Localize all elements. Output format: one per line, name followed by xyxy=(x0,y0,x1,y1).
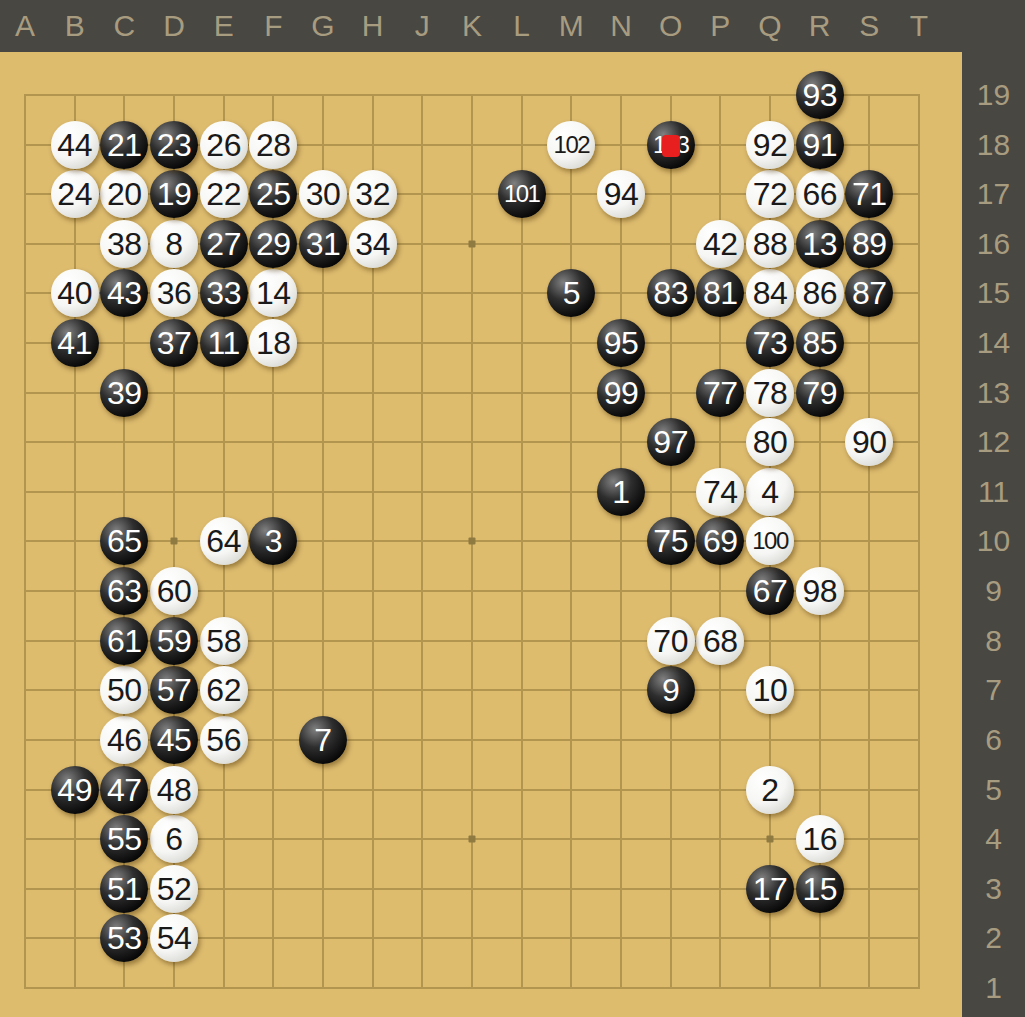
col-label-K: K xyxy=(462,9,482,43)
move-number: 49 xyxy=(57,774,92,806)
stone-black-move-79[interactable]: 79 xyxy=(796,369,844,417)
move-number: 3 xyxy=(265,525,282,557)
stone-black-move-67[interactable]: 67 xyxy=(746,567,794,615)
move-number: 94 xyxy=(604,178,639,210)
stone-white-move-22[interactable]: 22 xyxy=(200,170,248,218)
move-number: 22 xyxy=(206,178,241,210)
grid-line-vertical xyxy=(521,94,523,989)
move-number: 78 xyxy=(753,377,788,409)
stone-white-move-86[interactable]: 86 xyxy=(796,269,844,317)
move-number: 67 xyxy=(753,575,788,607)
stone-white-move-92[interactable]: 92 xyxy=(746,121,794,169)
stone-black-move-11[interactable]: 11 xyxy=(200,319,248,367)
row-label-9: 9 xyxy=(985,574,1002,608)
stone-white-move-70[interactable]: 70 xyxy=(647,617,695,665)
move-number: 56 xyxy=(206,724,241,756)
move-number: 60 xyxy=(157,575,192,607)
stone-white-move-24[interactable]: 24 xyxy=(51,170,99,218)
stone-black-move-19[interactable]: 19 xyxy=(150,170,198,218)
move-number: 64 xyxy=(206,525,241,557)
move-number: 102 xyxy=(554,133,590,157)
col-label-M: M xyxy=(559,9,584,43)
stone-black-move-57[interactable]: 57 xyxy=(150,666,198,714)
row-label-8: 8 xyxy=(985,624,1002,658)
col-label-P: P xyxy=(710,9,730,43)
stone-white-move-56[interactable]: 56 xyxy=(200,716,248,764)
move-number: 7 xyxy=(314,724,331,756)
stone-white-move-42[interactable]: 42 xyxy=(696,220,744,268)
stone-white-move-2[interactable]: 2 xyxy=(746,766,794,814)
col-label-R: R xyxy=(809,9,831,43)
move-number: 34 xyxy=(355,228,390,260)
stone-black-move-89[interactable]: 89 xyxy=(845,220,893,268)
move-number: 74 xyxy=(703,476,738,508)
move-number: 26 xyxy=(206,129,241,161)
stone-black-move-77[interactable]: 77 xyxy=(696,369,744,417)
stone-white-move-28[interactable]: 28 xyxy=(249,121,297,169)
move-number: 5 xyxy=(563,277,580,309)
move-number: 40 xyxy=(57,277,92,309)
row-label-12: 12 xyxy=(977,425,1010,459)
stone-black-move-73[interactable]: 73 xyxy=(746,319,794,367)
stone-white-move-72[interactable]: 72 xyxy=(746,170,794,218)
move-number: 14 xyxy=(256,277,291,309)
move-number: 92 xyxy=(753,129,788,161)
move-number: 36 xyxy=(157,277,192,309)
move-number: 32 xyxy=(355,178,390,210)
stone-black-move-25[interactable]: 25 xyxy=(249,170,297,218)
stone-black-move-63[interactable]: 63 xyxy=(100,567,148,615)
move-number: 28 xyxy=(256,129,291,161)
stone-black-move-81[interactable]: 81 xyxy=(696,269,744,317)
stone-black-move-9[interactable]: 9 xyxy=(647,666,695,714)
stone-black-move-51[interactable]: 51 xyxy=(100,865,148,913)
stone-white-move-46[interactable]: 46 xyxy=(100,716,148,764)
move-number: 81 xyxy=(703,277,738,309)
move-number: 91 xyxy=(802,129,837,161)
stone-white-move-20[interactable]: 20 xyxy=(100,170,148,218)
stone-black-move-53[interactable]: 53 xyxy=(100,914,148,962)
col-label-A: A xyxy=(15,9,35,43)
star-point xyxy=(469,836,476,843)
move-number: 71 xyxy=(852,178,887,210)
col-label-D: D xyxy=(163,9,185,43)
row-label-11: 11 xyxy=(978,475,1009,509)
grid-line-horizontal xyxy=(24,987,920,989)
move-number: 39 xyxy=(107,377,142,409)
move-number: 38 xyxy=(107,228,142,260)
move-number: 37 xyxy=(157,327,192,359)
stone-black-move-37[interactable]: 37 xyxy=(150,319,198,367)
stone-black-move-15[interactable]: 15 xyxy=(796,865,844,913)
move-number: 89 xyxy=(852,228,887,260)
move-number: 65 xyxy=(107,525,142,557)
move-number: 88 xyxy=(753,228,788,260)
stone-white-move-52[interactable]: 52 xyxy=(150,865,198,913)
move-number: 17 xyxy=(753,873,788,905)
move-number: 59 xyxy=(157,625,192,657)
move-number: 99 xyxy=(604,377,639,409)
row-label-2: 2 xyxy=(985,921,1002,955)
stone-white-move-66[interactable]: 66 xyxy=(796,170,844,218)
move-number: 16 xyxy=(802,823,837,855)
row-label-6: 6 xyxy=(985,723,1002,757)
move-number: 85 xyxy=(802,327,837,359)
move-number: 90 xyxy=(852,426,887,458)
stone-black-move-49[interactable]: 49 xyxy=(51,766,99,814)
move-number: 70 xyxy=(653,625,688,657)
stone-white-move-48[interactable]: 48 xyxy=(150,766,198,814)
move-number: 68 xyxy=(703,625,738,657)
stone-white-move-100[interactable]: 100 xyxy=(746,517,794,565)
stone-white-move-18[interactable]: 18 xyxy=(249,319,297,367)
stone-black-move-61[interactable]: 61 xyxy=(100,617,148,665)
move-number: 2 xyxy=(761,774,778,806)
stone-white-move-74[interactable]: 74 xyxy=(696,468,744,516)
stone-white-move-60[interactable]: 60 xyxy=(150,567,198,615)
move-number: 41 xyxy=(57,327,92,359)
stone-black-move-47[interactable]: 47 xyxy=(100,766,148,814)
stone-white-move-10[interactable]: 10 xyxy=(746,666,794,714)
row-coordinates-bar: 19181716151413121110987654321 xyxy=(962,0,1025,1017)
move-number: 77 xyxy=(703,377,738,409)
move-number: 54 xyxy=(157,922,192,954)
row-label-18: 18 xyxy=(977,128,1010,162)
star-point xyxy=(469,240,476,247)
move-number: 66 xyxy=(802,178,837,210)
move-number: 20 xyxy=(107,178,142,210)
col-label-H: H xyxy=(362,9,384,43)
stone-white-move-6[interactable]: 6 xyxy=(150,815,198,863)
move-number: 63 xyxy=(107,575,142,607)
stone-black-move-101[interactable]: 101 xyxy=(498,170,546,218)
stone-black-move-83[interactable]: 83 xyxy=(647,269,695,317)
stone-black-move-95[interactable]: 95 xyxy=(597,319,645,367)
move-number: 42 xyxy=(703,228,738,260)
stone-black-move-5[interactable]: 5 xyxy=(547,269,595,317)
move-number: 55 xyxy=(107,823,142,855)
star-point xyxy=(767,836,774,843)
stone-white-move-50[interactable]: 50 xyxy=(100,666,148,714)
stone-white-move-78[interactable]: 78 xyxy=(746,369,794,417)
go-game-screen: 1234567891011131415161718192021222324252… xyxy=(0,0,1025,1017)
move-number: 58 xyxy=(206,625,241,657)
move-number: 1 xyxy=(612,476,629,508)
stone-black-move-3[interactable]: 3 xyxy=(249,517,297,565)
grid-line-vertical xyxy=(620,94,622,989)
stone-black-move-7[interactable]: 7 xyxy=(299,716,347,764)
col-label-E: E xyxy=(214,9,234,43)
col-label-O: O xyxy=(659,9,682,43)
move-number: 83 xyxy=(653,277,688,309)
move-number: 79 xyxy=(802,377,837,409)
stone-white-move-64[interactable]: 64 xyxy=(200,517,248,565)
row-label-5: 5 xyxy=(985,773,1002,807)
stone-white-move-40[interactable]: 40 xyxy=(51,269,99,317)
stone-black-move-31[interactable]: 31 xyxy=(299,220,347,268)
move-number: 48 xyxy=(157,774,192,806)
stone-white-move-62[interactable]: 62 xyxy=(200,666,248,714)
move-number: 46 xyxy=(107,724,142,756)
stone-black-move-85[interactable]: 85 xyxy=(796,319,844,367)
row-label-16: 16 xyxy=(977,227,1010,261)
move-number: 69 xyxy=(703,525,738,557)
move-number: 6 xyxy=(165,823,182,855)
row-label-3: 3 xyxy=(985,872,1002,906)
stone-black-move-13[interactable]: 13 xyxy=(796,220,844,268)
stone-black-move-91[interactable]: 91 xyxy=(796,121,844,169)
move-number: 80 xyxy=(753,426,788,458)
stone-white-move-30[interactable]: 30 xyxy=(299,170,347,218)
stone-black-move-23[interactable]: 23 xyxy=(150,121,198,169)
col-label-B: B xyxy=(65,9,85,43)
stone-black-move-59[interactable]: 59 xyxy=(150,617,198,665)
move-number: 33 xyxy=(206,277,241,309)
stone-black-move-1[interactable]: 1 xyxy=(597,468,645,516)
row-label-1: 1 xyxy=(985,971,1002,1005)
stone-black-move-99[interactable]: 99 xyxy=(597,369,645,417)
col-label-T: T xyxy=(910,9,928,43)
stone-black-move-39[interactable]: 39 xyxy=(100,369,148,417)
move-number: 31 xyxy=(306,228,341,260)
move-number: 43 xyxy=(107,277,142,309)
stone-white-move-38[interactable]: 38 xyxy=(100,220,148,268)
stone-black-move-103[interactable]: 103 xyxy=(647,121,695,169)
move-number: 21 xyxy=(107,129,142,161)
stone-white-move-84[interactable]: 84 xyxy=(746,269,794,317)
stone-white-move-14[interactable]: 14 xyxy=(249,269,297,317)
col-label-J: J xyxy=(415,9,430,43)
stone-black-move-45[interactable]: 45 xyxy=(150,716,198,764)
stone-black-move-17[interactable]: 17 xyxy=(746,865,794,913)
star-point xyxy=(469,538,476,545)
move-number: 52 xyxy=(157,873,192,905)
row-label-15: 15 xyxy=(977,276,1010,310)
stone-white-move-26[interactable]: 26 xyxy=(200,121,248,169)
move-number: 87 xyxy=(852,277,887,309)
grid-line-vertical xyxy=(570,94,572,989)
stone-black-move-21[interactable]: 21 xyxy=(100,121,148,169)
stone-black-move-43[interactable]: 43 xyxy=(100,269,148,317)
grid-line-vertical xyxy=(918,94,920,989)
stone-white-move-94[interactable]: 94 xyxy=(597,170,645,218)
move-number: 9 xyxy=(662,674,679,706)
move-number: 19 xyxy=(157,178,192,210)
move-number: 100 xyxy=(752,529,788,553)
column-coordinates-bar: ABCDEFGHJKLMNOPQRST xyxy=(0,0,1025,52)
row-label-13: 13 xyxy=(977,376,1010,410)
move-number: 11 xyxy=(208,327,240,359)
stone-white-move-90[interactable]: 90 xyxy=(845,418,893,466)
move-number: 25 xyxy=(256,178,291,210)
stone-black-move-69[interactable]: 69 xyxy=(696,517,744,565)
stone-white-move-4[interactable]: 4 xyxy=(746,468,794,516)
move-number: 50 xyxy=(107,674,142,706)
stone-black-move-75[interactable]: 75 xyxy=(647,517,695,565)
move-number: 101 xyxy=(504,182,540,206)
move-number: 53 xyxy=(107,922,142,954)
col-label-N: N xyxy=(610,9,632,43)
row-label-7: 7 xyxy=(985,673,1002,707)
move-number: 24 xyxy=(57,178,92,210)
goban[interactable]: 1234567891011131415161718192021222324252… xyxy=(0,52,962,1017)
move-number: 72 xyxy=(753,178,788,210)
move-number: 51 xyxy=(107,873,142,905)
move-number: 8 xyxy=(165,228,182,260)
last-move-marker xyxy=(662,134,680,156)
col-label-L: L xyxy=(513,9,530,43)
col-label-F: F xyxy=(264,9,282,43)
col-label-G: G xyxy=(311,9,334,43)
row-label-4: 4 xyxy=(985,822,1002,856)
move-number: 44 xyxy=(57,129,92,161)
move-number: 84 xyxy=(753,277,788,309)
move-number: 30 xyxy=(306,178,341,210)
stone-white-move-8[interactable]: 8 xyxy=(150,220,198,268)
stone-black-move-65[interactable]: 65 xyxy=(100,517,148,565)
stone-black-move-93[interactable]: 93 xyxy=(796,71,844,119)
move-number: 29 xyxy=(256,228,291,260)
stone-white-move-54[interactable]: 54 xyxy=(150,914,198,962)
move-number: 75 xyxy=(653,525,688,557)
move-number: 86 xyxy=(802,277,837,309)
move-number: 62 xyxy=(206,674,241,706)
stone-black-move-29[interactable]: 29 xyxy=(249,220,297,268)
stone-white-move-34[interactable]: 34 xyxy=(349,220,397,268)
stone-black-move-71[interactable]: 71 xyxy=(845,170,893,218)
col-label-S: S xyxy=(859,9,879,43)
stone-white-move-58[interactable]: 58 xyxy=(200,617,248,665)
stone-white-move-88[interactable]: 88 xyxy=(746,220,794,268)
row-label-17: 17 xyxy=(977,177,1010,211)
move-number: 23 xyxy=(157,129,192,161)
move-number: 4 xyxy=(761,476,778,508)
stone-black-move-41[interactable]: 41 xyxy=(51,319,99,367)
stone-white-move-36[interactable]: 36 xyxy=(150,269,198,317)
move-number: 13 xyxy=(802,228,837,260)
move-number: 97 xyxy=(653,426,688,458)
move-number: 10 xyxy=(753,674,788,706)
stone-black-move-97[interactable]: 97 xyxy=(647,418,695,466)
move-number: 45 xyxy=(157,724,192,756)
move-number: 98 xyxy=(802,575,837,607)
stone-black-move-55[interactable]: 55 xyxy=(100,815,148,863)
row-label-10: 10 xyxy=(977,524,1010,558)
stone-white-move-16[interactable]: 16 xyxy=(796,815,844,863)
move-number: 15 xyxy=(802,873,837,905)
star-point xyxy=(171,538,178,545)
stone-white-move-68[interactable]: 68 xyxy=(696,617,744,665)
stone-white-move-98[interactable]: 98 xyxy=(796,567,844,615)
move-number: 27 xyxy=(206,228,241,260)
row-label-14: 14 xyxy=(977,326,1010,360)
stone-black-move-27[interactable]: 27 xyxy=(200,220,248,268)
move-number: 95 xyxy=(604,327,639,359)
stone-black-move-33[interactable]: 33 xyxy=(200,269,248,317)
stone-black-move-87[interactable]: 87 xyxy=(845,269,893,317)
row-label-19: 19 xyxy=(977,78,1010,112)
col-label-C: C xyxy=(113,9,135,43)
stone-white-move-44[interactable]: 44 xyxy=(51,121,99,169)
move-number: 93 xyxy=(802,79,837,111)
move-number: 57 xyxy=(157,674,192,706)
stone-white-move-32[interactable]: 32 xyxy=(349,170,397,218)
move-number: 18 xyxy=(256,327,291,359)
move-number: 47 xyxy=(107,774,142,806)
col-label-Q: Q xyxy=(758,9,781,43)
stone-white-move-80[interactable]: 80 xyxy=(746,418,794,466)
move-number: 73 xyxy=(753,327,788,359)
stone-white-move-102[interactable]: 102 xyxy=(547,121,595,169)
move-number: 61 xyxy=(107,625,142,657)
